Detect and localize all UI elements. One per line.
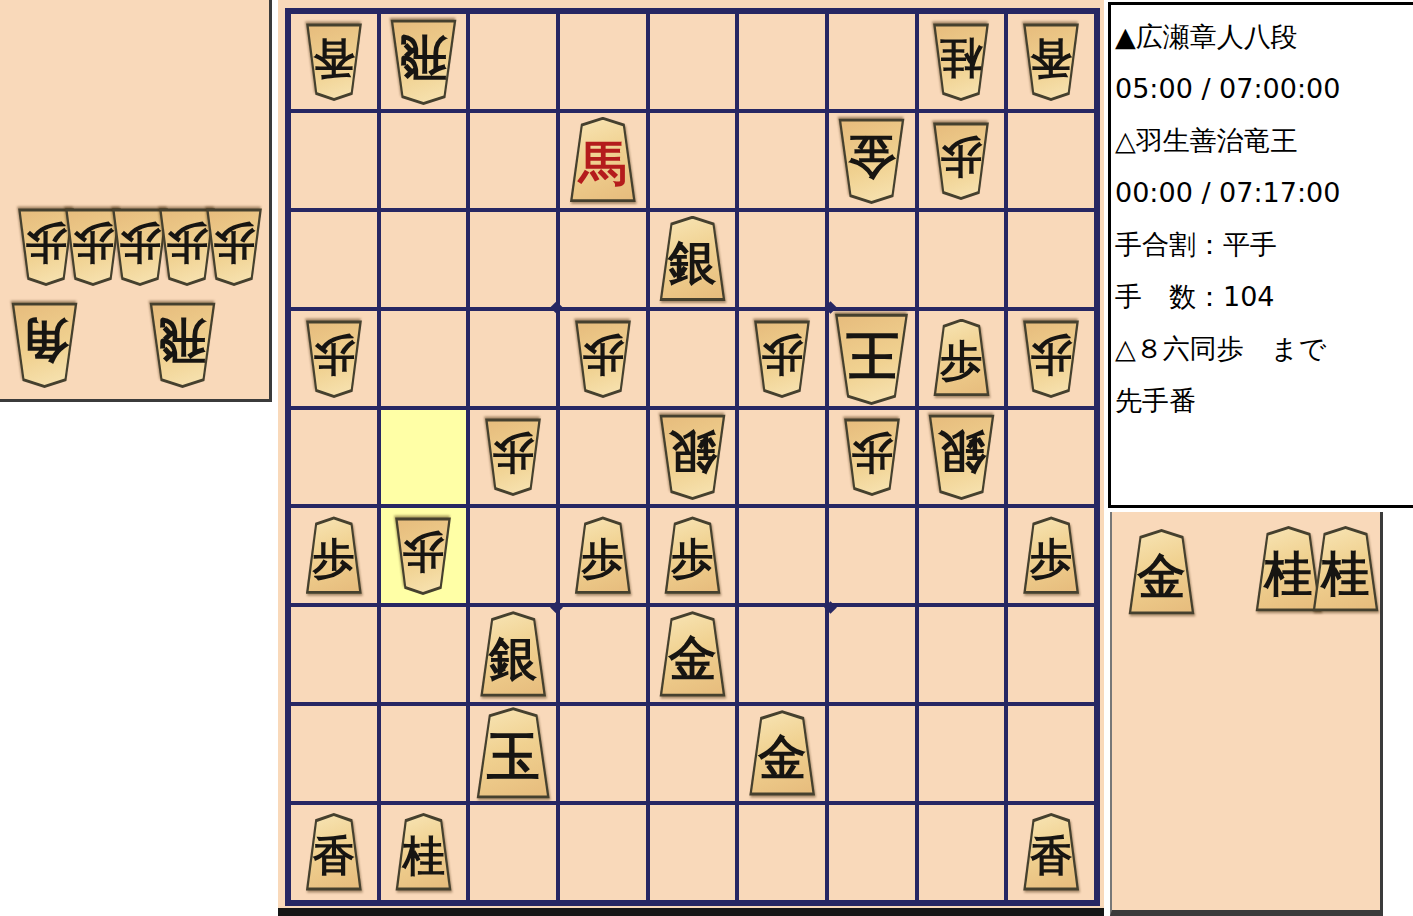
square-1-6[interactable]: 歩 <box>1008 508 1094 603</box>
square-3-6[interactable] <box>829 508 915 603</box>
square-8-3[interactable] <box>381 212 467 307</box>
square-5-4[interactable] <box>650 311 736 406</box>
square-1-2[interactable] <box>1008 113 1094 208</box>
piece-kyosha[interactable]: 香 <box>1020 22 1082 101</box>
square-7-5[interactable]: 歩 <box>470 410 556 505</box>
square-7-1[interactable] <box>470 14 556 109</box>
piece-gyoku[interactable]: 玉 <box>473 707 554 800</box>
move-count-label: 手 数：104 <box>1115 271 1410 323</box>
square-6-2[interactable]: 馬 <box>560 113 646 208</box>
sente-clock: 05:00 / 07:00:00 <box>1115 63 1410 115</box>
square-3-3[interactable] <box>829 212 915 307</box>
gote-player-name: △羽生善治竜王 <box>1115 115 1410 167</box>
square-1-3[interactable] <box>1008 212 1094 307</box>
piece-fu[interactable]: 歩 <box>572 516 634 595</box>
square-6-3[interactable] <box>560 212 646 307</box>
hand-piece-hisha[interactable]: 飛 <box>146 301 219 388</box>
square-8-2[interactable] <box>381 113 467 208</box>
square-9-7[interactable] <box>291 607 377 702</box>
square-6-5[interactable] <box>560 410 646 505</box>
square-7-9[interactable] <box>470 805 556 900</box>
piece-gin[interactable]: 銀 <box>477 611 550 698</box>
piece-fu[interactable]: 歩 <box>841 417 903 496</box>
piece-fu[interactable]: 歩 <box>303 319 365 398</box>
square-3-2[interactable]: 金 <box>829 113 915 208</box>
square-1-9[interactable]: 香 <box>1008 805 1094 900</box>
square-6-4[interactable]: 歩 <box>560 311 646 406</box>
piece-fu[interactable]: 歩 <box>930 319 992 398</box>
square-9-9[interactable]: 香 <box>291 805 377 900</box>
square-1-7[interactable] <box>1008 607 1094 702</box>
square-8-1[interactable]: 飛 <box>381 14 467 109</box>
gote-hand-tray: 歩 歩 歩 歩 歩 角 飛 <box>0 0 272 402</box>
square-2-1[interactable]: 桂 <box>919 14 1005 109</box>
square-9-4[interactable]: 歩 <box>291 311 377 406</box>
square-1-5[interactable] <box>1008 410 1094 505</box>
square-5-6[interactable]: 歩 <box>650 508 736 603</box>
square-9-2[interactable] <box>291 113 377 208</box>
square-4-4[interactable]: 歩 <box>739 311 825 406</box>
info-panel: ▲広瀬章人八段 05:00 / 07:00:00 △羽生善治竜王 00:00 /… <box>1108 2 1413 508</box>
piece-fu[interactable]: 歩 <box>482 417 544 496</box>
gote-clock: 00:00 / 07:17:00 <box>1115 167 1410 219</box>
shogi-board: 香 飛 桂 香 馬 金 歩 銀 歩 歩 歩 王 歩 <box>278 0 1104 916</box>
hand-piece-kin[interactable]: 金 <box>1125 529 1198 616</box>
sente-player-name: ▲広瀬章人八段 <box>1115 11 1410 63</box>
square-5-3[interactable]: 銀 <box>650 212 736 307</box>
square-2-6[interactable] <box>919 508 1005 603</box>
piece-kin[interactable]: 金 <box>835 117 908 204</box>
square-4-3[interactable] <box>739 212 825 307</box>
piece-fu[interactable]: 歩 <box>572 319 634 398</box>
square-5-2[interactable] <box>650 113 736 208</box>
hand-piece-kaku[interactable]: 角 <box>8 301 81 388</box>
piece-ou[interactable]: 王 <box>831 312 912 405</box>
square-7-7[interactable]: 銀 <box>470 607 556 702</box>
square-2-3[interactable] <box>919 212 1005 307</box>
piece-gin[interactable]: 銀 <box>656 216 729 303</box>
square-3-5[interactable]: 歩 <box>829 410 915 505</box>
square-2-5[interactable]: 銀 <box>919 410 1005 505</box>
square-8-4[interactable] <box>381 311 467 406</box>
square-7-6[interactable] <box>470 508 556 603</box>
square-9-5[interactable] <box>291 410 377 505</box>
hand-piece-keima[interactable]: 桂 <box>1309 526 1382 613</box>
square-1-1[interactable]: 香 <box>1008 14 1094 109</box>
square-8-7[interactable] <box>381 607 467 702</box>
square-4-6[interactable] <box>739 508 825 603</box>
square-4-8[interactable]: 金 <box>739 706 825 801</box>
sente-hand-tray: 金 桂 桂 <box>1110 512 1383 916</box>
turn-indicator: 先手番 <box>1115 375 1410 427</box>
handicap-label: 手合割：平手 <box>1115 219 1410 271</box>
piece-hisha[interactable]: 飛 <box>387 18 460 105</box>
piece-fu[interactable]: 歩 <box>661 516 723 595</box>
square-6-9[interactable] <box>560 805 646 900</box>
piece-fu[interactable]: 歩 <box>1020 319 1082 398</box>
square-2-4[interactable]: 歩 <box>919 311 1005 406</box>
square-7-3[interactable] <box>470 212 556 307</box>
square-8-9[interactable]: 桂 <box>381 805 467 900</box>
piece-fu[interactable]: 歩 <box>1020 516 1082 595</box>
square-9-1[interactable]: 香 <box>291 14 377 109</box>
square-3-4[interactable]: 王 <box>829 311 915 406</box>
piece-keima[interactable]: 桂 <box>930 22 992 101</box>
square-4-9[interactable] <box>739 805 825 900</box>
piece-kin[interactable]: 金 <box>746 710 819 797</box>
square-3-7[interactable] <box>829 607 915 702</box>
piece-gin[interactable]: 銀 <box>656 413 729 500</box>
square-5-1[interactable] <box>650 14 736 109</box>
square-6-6[interactable]: 歩 <box>560 508 646 603</box>
square-6-1[interactable] <box>560 14 646 109</box>
square-2-8[interactable] <box>919 706 1005 801</box>
square-6-8[interactable] <box>560 706 646 801</box>
square-2-2[interactable]: 歩 <box>919 113 1005 208</box>
square-7-4[interactable] <box>470 311 556 406</box>
square-1-8[interactable] <box>1008 706 1094 801</box>
square-8-8[interactable] <box>381 706 467 801</box>
piece-fu[interactable]: 歩 <box>303 516 365 595</box>
piece-gin[interactable]: 銀 <box>925 413 998 500</box>
square-5-7[interactable]: 金 <box>650 607 736 702</box>
square-9-6[interactable]: 歩 <box>291 508 377 603</box>
square-7-2[interactable] <box>470 113 556 208</box>
piece-fu[interactable]: 歩 <box>392 516 454 595</box>
square-6-7[interactable] <box>560 607 646 702</box>
piece-kyosha[interactable]: 香 <box>1020 813 1082 892</box>
square-3-8[interactable] <box>829 706 915 801</box>
piece-fu[interactable]: 歩 <box>751 319 813 398</box>
square-9-8[interactable] <box>291 706 377 801</box>
square-1-4[interactable]: 歩 <box>1008 311 1094 406</box>
square-5-5[interactable]: 銀 <box>650 410 736 505</box>
piece-uma[interactable]: 馬 <box>566 117 639 204</box>
square-8-6[interactable]: 歩 <box>381 508 467 603</box>
square-3-1[interactable] <box>829 14 915 109</box>
piece-kyosha[interactable]: 香 <box>303 813 365 892</box>
hand-piece-fu[interactable]: 歩 <box>203 207 265 286</box>
square-5-9[interactable] <box>650 805 736 900</box>
square-4-5[interactable] <box>739 410 825 505</box>
piece-fu[interactable]: 歩 <box>930 121 992 200</box>
square-7-8[interactable]: 玉 <box>470 706 556 801</box>
square-4-2[interactable] <box>739 113 825 208</box>
square-9-3[interactable] <box>291 212 377 307</box>
square-8-5[interactable] <box>381 410 467 505</box>
square-5-8[interactable] <box>650 706 736 801</box>
square-2-9[interactable] <box>919 805 1005 900</box>
square-4-7[interactable] <box>739 607 825 702</box>
piece-keima[interactable]: 桂 <box>392 813 454 892</box>
square-4-1[interactable] <box>739 14 825 109</box>
piece-kin[interactable]: 金 <box>656 611 729 698</box>
piece-kyosha[interactable]: 香 <box>303 22 365 101</box>
board-grid: 香 飛 桂 香 馬 金 歩 銀 歩 歩 歩 王 歩 <box>285 8 1100 906</box>
last-move-label: △８六同歩 まで <box>1115 323 1410 375</box>
square-2-7[interactable] <box>919 607 1005 702</box>
square-3-9[interactable] <box>829 805 915 900</box>
